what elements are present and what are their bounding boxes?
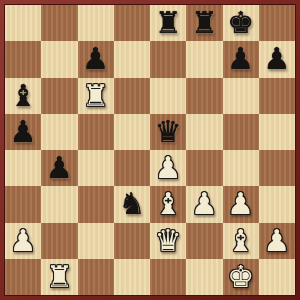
square-a1[interactable] [5, 259, 41, 295]
square-b8[interactable] [41, 5, 77, 41]
square-d6[interactable] [114, 78, 150, 114]
square-e6[interactable] [150, 78, 186, 114]
square-h1[interactable] [259, 259, 295, 295]
piece-white-pawn: ♟ [263, 226, 290, 256]
square-d3[interactable]: ♞ [114, 186, 150, 222]
square-f3[interactable]: ♟ [186, 186, 222, 222]
square-c8[interactable] [78, 5, 114, 41]
square-f8[interactable]: ♜ [186, 5, 222, 41]
square-b1[interactable]: ♜ [41, 259, 77, 295]
square-b5[interactable] [41, 114, 77, 150]
piece-black-pawn: ♟ [10, 117, 37, 147]
square-d2[interactable] [114, 223, 150, 259]
square-a5[interactable]: ♟ [5, 114, 41, 150]
square-e7[interactable] [150, 41, 186, 77]
piece-white-bishop: ♝ [227, 226, 254, 256]
square-c4[interactable] [78, 150, 114, 186]
piece-black-pawn: ♟ [82, 44, 109, 74]
piece-black-pawn: ♟ [227, 44, 254, 74]
square-f4[interactable] [186, 150, 222, 186]
square-d1[interactable] [114, 259, 150, 295]
square-f1[interactable] [186, 259, 222, 295]
piece-white-rook: ♜ [82, 81, 109, 111]
square-g4[interactable] [223, 150, 259, 186]
square-f7[interactable] [186, 41, 222, 77]
square-b6[interactable] [41, 78, 77, 114]
square-b4[interactable]: ♟ [41, 150, 77, 186]
square-h8[interactable] [259, 5, 295, 41]
square-a8[interactable] [5, 5, 41, 41]
square-g8[interactable]: ♚ [223, 5, 259, 41]
square-g5[interactable] [223, 114, 259, 150]
piece-white-king: ♚ [227, 262, 254, 292]
square-b3[interactable] [41, 186, 77, 222]
square-c1[interactable] [78, 259, 114, 295]
piece-white-pawn: ♟ [191, 189, 218, 219]
piece-white-rook: ♜ [46, 262, 73, 292]
square-b7[interactable] [41, 41, 77, 77]
square-g6[interactable] [223, 78, 259, 114]
piece-black-queen: ♛ [155, 117, 182, 147]
piece-black-king: ♚ [227, 8, 254, 38]
piece-black-bishop: ♝ [10, 81, 37, 111]
square-a7[interactable] [5, 41, 41, 77]
square-d7[interactable] [114, 41, 150, 77]
square-f2[interactable] [186, 223, 222, 259]
square-f5[interactable] [186, 114, 222, 150]
square-h6[interactable] [259, 78, 295, 114]
square-d5[interactable] [114, 114, 150, 150]
board-frame: ♜♜♚♟♟♟♝♜♟♛♟♟♞♝♟♟♟♛♝♟♜♚ [0, 0, 300, 300]
square-h4[interactable] [259, 150, 295, 186]
square-d4[interactable] [114, 150, 150, 186]
piece-white-pawn: ♟ [155, 153, 182, 183]
square-c2[interactable] [78, 223, 114, 259]
square-g7[interactable]: ♟ [223, 41, 259, 77]
square-c7[interactable]: ♟ [78, 41, 114, 77]
square-h7[interactable]: ♟ [259, 41, 295, 77]
square-e8[interactable]: ♜ [150, 5, 186, 41]
square-h3[interactable] [259, 186, 295, 222]
piece-black-rook: ♜ [191, 8, 218, 38]
square-e2[interactable]: ♛ [150, 223, 186, 259]
piece-white-pawn: ♟ [10, 226, 37, 256]
square-e1[interactable] [150, 259, 186, 295]
piece-black-rook: ♜ [155, 8, 182, 38]
piece-black-knight: ♞ [118, 189, 145, 219]
square-c5[interactable] [78, 114, 114, 150]
square-h5[interactable] [259, 114, 295, 150]
square-g2[interactable]: ♝ [223, 223, 259, 259]
square-e4[interactable]: ♟ [150, 150, 186, 186]
piece-white-pawn: ♟ [227, 189, 254, 219]
square-e5[interactable]: ♛ [150, 114, 186, 150]
piece-black-pawn: ♟ [46, 153, 73, 183]
square-a3[interactable] [5, 186, 41, 222]
square-h2[interactable]: ♟ [259, 223, 295, 259]
piece-black-pawn: ♟ [263, 44, 290, 74]
square-g3[interactable]: ♟ [223, 186, 259, 222]
square-a4[interactable] [5, 150, 41, 186]
square-c6[interactable]: ♜ [78, 78, 114, 114]
square-e3[interactable]: ♝ [150, 186, 186, 222]
square-a6[interactable]: ♝ [5, 78, 41, 114]
square-d8[interactable] [114, 5, 150, 41]
piece-white-bishop: ♝ [155, 189, 182, 219]
square-c3[interactable] [78, 186, 114, 222]
square-f6[interactable] [186, 78, 222, 114]
chess-board: ♜♜♚♟♟♟♝♜♟♛♟♟♞♝♟♟♟♛♝♟♜♚ [4, 4, 296, 296]
square-b2[interactable] [41, 223, 77, 259]
square-a2[interactable]: ♟ [5, 223, 41, 259]
piece-white-queen: ♛ [155, 226, 182, 256]
square-g1[interactable]: ♚ [223, 259, 259, 295]
